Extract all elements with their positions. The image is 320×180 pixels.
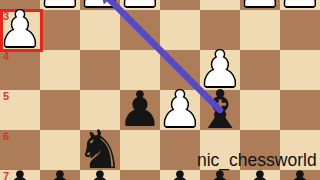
chess-piece-black-pawn[interactable]: ♟: [120, 90, 160, 130]
board-square[interactable]: [160, 10, 200, 50]
chess-piece-white-pawn[interactable]: ♟: [280, 0, 320, 10]
board-square[interactable]: [240, 50, 280, 90]
chess-piece-white-pawn[interactable]: ♟: [120, 0, 160, 10]
board-square[interactable]: [200, 0, 240, 10]
board-square[interactable]: [280, 90, 320, 130]
chess-piece-black-pawn[interactable]: ♟: [0, 170, 40, 180]
channel-watermark: nic_chessworld: [197, 150, 317, 171]
board-square[interactable]: [40, 90, 80, 130]
chess-piece-white-pawn[interactable]: ♟: [80, 0, 120, 10]
board-square[interactable]: [240, 90, 280, 130]
board-square[interactable]: [280, 50, 320, 90]
board-square[interactable]: [40, 50, 80, 90]
chess-piece-black-pawn[interactable]: ♟: [40, 170, 80, 180]
chess-piece-black-pawn[interactable]: ♟: [200, 170, 240, 180]
rank-coordinate: 6: [3, 131, 9, 142]
chess-piece-white-pawn[interactable]: ♟: [160, 90, 200, 130]
board-viewport: 34567♜♞♝♛♚♝♞♜♟♟♟♟♟♟♟♟♜♞♝♛♚♜♟♟♟♟♟♟♟♟♝♞ ni…: [0, 0, 320, 180]
chess-piece-black-knight[interactable]: ♞: [80, 130, 120, 170]
board-square[interactable]: [160, 0, 200, 10]
rank-coordinate: 5: [3, 91, 9, 102]
chess-piece-black-pawn[interactable]: ♟: [160, 170, 200, 180]
chess-piece-black-pawn[interactable]: ♟: [280, 170, 320, 180]
board-square[interactable]: [80, 50, 120, 90]
chess-piece-white-pawn[interactable]: ♟: [240, 0, 280, 10]
chess-piece-black-pawn[interactable]: ♟: [240, 170, 280, 180]
chess-piece-white-pawn[interactable]: ♟: [40, 0, 80, 10]
chess-piece-black-bishop[interactable]: ♝: [200, 90, 240, 130]
board-square[interactable]: [120, 170, 160, 180]
chess-piece-white-pawn[interactable]: ♟: [0, 10, 40, 50]
